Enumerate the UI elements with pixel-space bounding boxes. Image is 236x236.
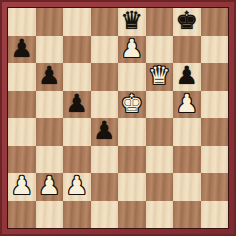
square-d8[interactable] bbox=[91, 8, 119, 36]
square-f2[interactable] bbox=[146, 173, 174, 201]
square-e7[interactable]: ♟ bbox=[118, 36, 146, 64]
square-d5[interactable] bbox=[91, 91, 119, 119]
square-c8[interactable] bbox=[63, 8, 91, 36]
white-queen[interactable]: ♛ bbox=[148, 63, 170, 88]
square-f3[interactable] bbox=[146, 146, 174, 174]
square-b1[interactable] bbox=[36, 201, 64, 229]
white-pawn[interactable]: ♟ bbox=[121, 36, 143, 61]
square-f6[interactable]: ♛ bbox=[146, 63, 174, 91]
square-a1[interactable] bbox=[8, 201, 36, 229]
square-h8[interactable] bbox=[201, 8, 229, 36]
square-g4[interactable] bbox=[173, 118, 201, 146]
square-f5[interactable] bbox=[146, 91, 174, 119]
square-g2[interactable] bbox=[173, 173, 201, 201]
square-h1[interactable] bbox=[201, 201, 229, 229]
square-a3[interactable] bbox=[8, 146, 36, 174]
square-d6[interactable] bbox=[91, 63, 119, 91]
square-h7[interactable] bbox=[201, 36, 229, 64]
black-pawn[interactable]: ♟ bbox=[176, 63, 198, 88]
square-a2[interactable]: ♟ bbox=[8, 173, 36, 201]
square-d1[interactable] bbox=[91, 201, 119, 229]
white-king[interactable]: ♚ bbox=[121, 91, 143, 116]
black-pawn[interactable]: ♟ bbox=[93, 118, 115, 143]
square-a4[interactable] bbox=[8, 118, 36, 146]
square-e4[interactable] bbox=[118, 118, 146, 146]
square-d4[interactable]: ♟ bbox=[91, 118, 119, 146]
black-pawn[interactable]: ♟ bbox=[38, 63, 60, 88]
square-c5[interactable]: ♟ bbox=[63, 91, 91, 119]
square-b8[interactable] bbox=[36, 8, 64, 36]
white-pawn[interactable]: ♟ bbox=[176, 91, 198, 116]
square-a6[interactable] bbox=[8, 63, 36, 91]
square-d7[interactable] bbox=[91, 36, 119, 64]
square-d2[interactable] bbox=[91, 173, 119, 201]
black-queen[interactable]: ♛ bbox=[121, 8, 143, 33]
white-pawn[interactable]: ♟ bbox=[11, 173, 33, 198]
square-b6[interactable]: ♟ bbox=[36, 63, 64, 91]
black-king[interactable]: ♚ bbox=[176, 8, 198, 33]
square-e6[interactable] bbox=[118, 63, 146, 91]
square-c3[interactable] bbox=[63, 146, 91, 174]
square-f4[interactable] bbox=[146, 118, 174, 146]
square-h4[interactable] bbox=[201, 118, 229, 146]
square-h6[interactable] bbox=[201, 63, 229, 91]
white-pawn[interactable]: ♟ bbox=[66, 173, 88, 198]
square-a7[interactable]: ♟ bbox=[8, 36, 36, 64]
square-g6[interactable]: ♟ bbox=[173, 63, 201, 91]
board-frame: ♛♚♟♟♟♛♟♟♚♟♟♟♟♟ bbox=[0, 0, 236, 236]
square-g8[interactable]: ♚ bbox=[173, 8, 201, 36]
square-h2[interactable] bbox=[201, 173, 229, 201]
square-d3[interactable] bbox=[91, 146, 119, 174]
square-c4[interactable] bbox=[63, 118, 91, 146]
chess-board: ♛♚♟♟♟♛♟♟♚♟♟♟♟♟ bbox=[7, 7, 229, 229]
square-g3[interactable] bbox=[173, 146, 201, 174]
square-h3[interactable] bbox=[201, 146, 229, 174]
square-e3[interactable] bbox=[118, 146, 146, 174]
square-e1[interactable] bbox=[118, 201, 146, 229]
square-c7[interactable] bbox=[63, 36, 91, 64]
square-g7[interactable] bbox=[173, 36, 201, 64]
square-f8[interactable] bbox=[146, 8, 174, 36]
white-pawn[interactable]: ♟ bbox=[38, 173, 60, 198]
square-e8[interactable]: ♛ bbox=[118, 8, 146, 36]
square-a8[interactable] bbox=[8, 8, 36, 36]
square-c2[interactable]: ♟ bbox=[63, 173, 91, 201]
black-pawn[interactable]: ♟ bbox=[66, 91, 88, 116]
square-c1[interactable] bbox=[63, 201, 91, 229]
square-b4[interactable] bbox=[36, 118, 64, 146]
black-pawn[interactable]: ♟ bbox=[11, 36, 33, 61]
square-b5[interactable] bbox=[36, 91, 64, 119]
square-f1[interactable] bbox=[146, 201, 174, 229]
square-c6[interactable] bbox=[63, 63, 91, 91]
square-e5[interactable]: ♚ bbox=[118, 91, 146, 119]
square-g1[interactable] bbox=[173, 201, 201, 229]
square-e2[interactable] bbox=[118, 173, 146, 201]
square-b2[interactable]: ♟ bbox=[36, 173, 64, 201]
square-f7[interactable] bbox=[146, 36, 174, 64]
square-g5[interactable]: ♟ bbox=[173, 91, 201, 119]
square-h5[interactable] bbox=[201, 91, 229, 119]
square-b7[interactable] bbox=[36, 36, 64, 64]
square-a5[interactable] bbox=[8, 91, 36, 119]
square-b3[interactable] bbox=[36, 146, 64, 174]
